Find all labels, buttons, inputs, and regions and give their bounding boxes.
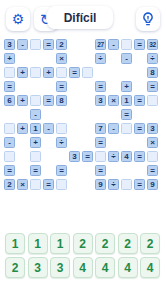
blank-cell-r5c12[interactable]: [147, 95, 158, 106]
tray-tile-2-r2p1[interactable]: 2: [5, 257, 25, 278]
settings-button[interactable]: ⚙: [6, 7, 30, 31]
given-cell-r9c7: =: [82, 151, 93, 162]
tray-tile-1-r1p1[interactable]: 1: [5, 233, 25, 254]
difficulty-pill[interactable]: Difícil: [47, 6, 113, 29]
given-cell-r1c1: 3: [4, 39, 15, 50]
given-cell-r10c3: =: [30, 165, 41, 176]
tray-tile-2-r1p6[interactable]: 2: [118, 233, 138, 254]
crossmath-board: 3-=227-=32+×÷-÷++=8===+=6+=83×1=-=+1-7-=…: [4, 39, 158, 190]
tray-tile-2-r1p7[interactable]: 2: [140, 233, 160, 254]
tray-tile-4-r2p7[interactable]: 4: [140, 257, 160, 278]
given-cell-r5c4: =: [43, 95, 54, 106]
given-cell-r3c2: +: [17, 67, 28, 78]
given-cell-r1c5: 2: [56, 39, 67, 50]
tray-tile-2-r1p4[interactable]: 2: [73, 233, 93, 254]
given-cell-r1c8: 27: [95, 39, 106, 50]
tray-tile-1-r1p2[interactable]: 1: [28, 233, 48, 254]
given-cell-r6c10: =: [121, 109, 132, 120]
given-cell-r11c9: ÷: [108, 179, 119, 190]
given-cell-r7c9: -: [108, 123, 119, 134]
difficulty-label: Difícil: [64, 11, 97, 25]
blank-cell-r3c3[interactable]: [30, 67, 41, 78]
given-cell-r2c8: ÷: [95, 53, 106, 64]
given-cell-r11c1: 2: [4, 179, 15, 190]
blank-cell-r11c5[interactable]: [56, 179, 67, 190]
given-cell-r11c11: =: [134, 179, 145, 190]
blank-cell-r9c12[interactable]: [147, 151, 158, 162]
given-cell-r10c5: =: [56, 165, 67, 176]
given-cell-r10c12: =: [147, 165, 158, 176]
given-cell-r5c5: 8: [56, 95, 67, 106]
given-cell-r11c12: 9: [147, 179, 158, 190]
blank-cell-r7c5[interactable]: [56, 123, 67, 134]
given-cell-r5c8: 3: [95, 95, 106, 106]
given-cell-r2c10: -: [121, 53, 132, 64]
given-cell-r5c9: ×: [108, 95, 119, 106]
given-cell-r5c1: 6: [4, 95, 15, 106]
given-cell-r7c11: =: [134, 123, 145, 134]
number-tile-tray: 11122222334444: [5, 233, 160, 278]
given-cell-r1c4: =: [43, 39, 54, 50]
blank-cell-r11c10[interactable]: [121, 179, 132, 190]
tray-tile-2-r1p5[interactable]: 2: [95, 233, 115, 254]
blank-cell-r3c5[interactable]: [56, 67, 67, 78]
blank-cell-r3c7[interactable]: [82, 67, 93, 78]
given-cell-r9c9: ÷: [108, 151, 119, 162]
given-cell-r8c1: -: [4, 137, 15, 148]
given-cell-r9c6: 3: [69, 151, 80, 162]
given-cell-r5c2: +: [17, 95, 28, 106]
blank-cell-r9c1[interactable]: [4, 151, 15, 162]
given-cell-r1c2: -: [17, 39, 28, 50]
given-cell-r3c12: 8: [147, 67, 158, 78]
given-cell-r7c3: 1: [30, 123, 41, 134]
given-cell-r3c6: =: [69, 67, 80, 78]
given-cell-r10c8: =: [95, 165, 106, 176]
hint-button[interactable]: [136, 7, 160, 31]
blank-cell-r1c10[interactable]: [121, 39, 132, 50]
given-cell-r11c2: ×: [17, 179, 28, 190]
toolbar: ⚙ ↻ Difícil: [0, 0, 166, 34]
given-cell-r8c3: +: [30, 137, 41, 148]
given-cell-r2c12: ÷: [147, 53, 158, 64]
given-cell-r10c1: =: [4, 165, 15, 176]
tray-tile-4-r2p4[interactable]: 4: [73, 257, 93, 278]
given-cell-r4c5: =: [56, 81, 67, 92]
tray-tile-1-r1p3[interactable]: 1: [50, 233, 70, 254]
given-cell-r7c12: 3: [147, 123, 158, 134]
blank-cell-r1c3[interactable]: [30, 39, 41, 50]
given-cell-r4c10: +: [121, 81, 132, 92]
given-cell-r7c8: 7: [95, 123, 106, 134]
given-cell-r11c8: 9: [95, 179, 106, 190]
tray-tile-3-r2p2[interactable]: 3: [28, 257, 48, 278]
blank-cell-r9c8[interactable]: [95, 151, 106, 162]
lightbulb-icon: [140, 11, 156, 27]
blank-cell-r5c3[interactable]: [30, 95, 41, 106]
given-cell-r8c5: ÷: [56, 137, 67, 148]
gear-icon: ⚙: [12, 12, 25, 26]
tray-tile-4-r2p5[interactable]: 4: [95, 257, 115, 278]
given-cell-r8c8: =: [95, 137, 106, 148]
given-cell-r11c4: =: [43, 179, 54, 190]
given-cell-r5c11: =: [134, 95, 145, 106]
given-cell-r2c1: +: [4, 53, 15, 64]
given-cell-r4c1: =: [4, 81, 15, 92]
tray-tile-3-r2p3[interactable]: 3: [50, 257, 70, 278]
blank-cell-r7c1[interactable]: [4, 123, 15, 134]
blank-cell-r7c10[interactable]: [121, 123, 132, 134]
tray-tile-4-r2p6[interactable]: 4: [118, 257, 138, 278]
given-cell-r4c12: =: [147, 81, 158, 92]
blank-cell-r3c1[interactable]: [4, 67, 15, 78]
given-cell-r1c12: 32: [147, 39, 158, 50]
given-cell-r2c5: ×: [56, 53, 67, 64]
given-cell-r9c10: 4: [121, 151, 132, 162]
given-cell-r6c3: -: [30, 109, 41, 120]
given-cell-r1c11: =: [134, 39, 145, 50]
given-cell-r1c9: -: [108, 39, 119, 50]
given-cell-r3c4: +: [43, 67, 54, 78]
given-cell-r8c12: ×: [147, 137, 158, 148]
given-cell-r7c2: +: [17, 123, 28, 134]
blank-cell-r9c3[interactable]: [30, 151, 41, 162]
given-cell-r9c11: =: [134, 151, 145, 162]
given-cell-r5c10: 1: [121, 95, 132, 106]
given-cell-r4c8: =: [95, 81, 106, 92]
blank-cell-r11c3[interactable]: [30, 179, 41, 190]
given-cell-r7c4: -: [43, 123, 54, 134]
